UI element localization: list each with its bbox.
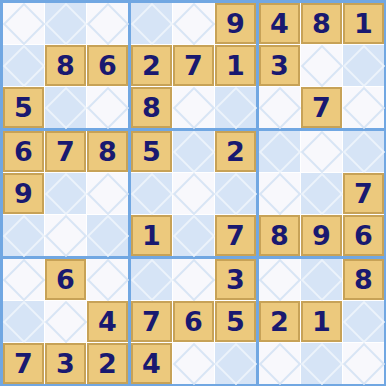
cell-r7c4[interactable] xyxy=(131,259,172,300)
given-digit: 3 xyxy=(56,350,75,377)
cell-r6c6: 7 xyxy=(215,215,256,256)
cell-r8c6: 5 xyxy=(215,301,256,342)
cell-r2c3: 6 xyxy=(87,45,128,86)
cell-r5c3[interactable] xyxy=(87,173,128,214)
cell-r8c5: 6 xyxy=(173,301,214,342)
cell-r7c8[interactable] xyxy=(301,259,342,300)
given-digit: 8 xyxy=(98,138,117,165)
given-digit: 6 xyxy=(98,52,117,79)
diamond-pattern-icon xyxy=(342,300,384,342)
cell-r2c4: 2 xyxy=(131,45,172,86)
diamond-pattern-icon xyxy=(44,300,86,342)
diamond-pattern-icon xyxy=(130,2,172,44)
box-3: 48137 xyxy=(259,3,384,128)
sudoku-board: 865 92718 48137 6789 5217 7896 64732 376… xyxy=(0,0,386,386)
diamond-pattern-icon xyxy=(172,86,214,128)
cell-r1c5[interactable] xyxy=(173,3,214,44)
cell-r3c2[interactable] xyxy=(45,87,86,128)
cell-r6c8: 9 xyxy=(301,215,342,256)
given-digit: 8 xyxy=(312,10,331,37)
cell-r7c2: 6 xyxy=(45,259,86,300)
given-digit: 5 xyxy=(142,138,161,165)
cell-r8c7: 2 xyxy=(259,301,300,342)
cell-r8c9[interactable] xyxy=(343,301,384,342)
cell-r9c1: 7 xyxy=(3,343,44,384)
cell-r7c5[interactable] xyxy=(173,259,214,300)
diamond-pattern-icon xyxy=(300,44,342,86)
diamond-pattern-icon xyxy=(342,86,384,128)
diamond-pattern-icon xyxy=(172,172,214,214)
cell-r1c3[interactable] xyxy=(87,3,128,44)
given-digit: 5 xyxy=(14,94,33,121)
cell-r8c4: 7 xyxy=(131,301,172,342)
cell-r1c2[interactable] xyxy=(45,3,86,44)
cell-r1c1[interactable] xyxy=(3,3,44,44)
cell-r8c3: 4 xyxy=(87,301,128,342)
cell-r6c3[interactable] xyxy=(87,215,128,256)
cell-r4c1: 6 xyxy=(3,131,44,172)
cell-r2c1[interactable] xyxy=(3,45,44,86)
given-digit: 3 xyxy=(226,266,245,293)
box-8: 37654 xyxy=(131,259,256,384)
diamond-pattern-icon xyxy=(2,258,44,300)
box-5: 5217 xyxy=(131,131,256,256)
cell-r5c6[interactable] xyxy=(215,173,256,214)
given-digit: 8 xyxy=(142,94,161,121)
box-6: 7896 xyxy=(259,131,384,256)
cell-r2c6: 1 xyxy=(215,45,256,86)
diamond-pattern-icon xyxy=(214,342,256,384)
cell-r4c5[interactable] xyxy=(173,131,214,172)
cell-r2c5: 7 xyxy=(173,45,214,86)
cell-r2c9[interactable] xyxy=(343,45,384,86)
cell-r3c6[interactable] xyxy=(215,87,256,128)
diamond-pattern-icon xyxy=(300,172,342,214)
diamond-pattern-icon xyxy=(172,130,214,172)
given-digit: 4 xyxy=(270,10,289,37)
cell-r5c4[interactable] xyxy=(131,173,172,214)
given-digit: 8 xyxy=(56,52,75,79)
given-digit: 6 xyxy=(56,266,75,293)
diamond-pattern-icon xyxy=(300,342,342,384)
diamond-pattern-icon xyxy=(86,214,128,256)
given-digit: 5 xyxy=(226,308,245,335)
cell-r3c5[interactable] xyxy=(173,87,214,128)
cell-r5c2[interactable] xyxy=(45,173,86,214)
diamond-pattern-icon xyxy=(258,258,300,300)
cell-r2c2: 8 xyxy=(45,45,86,86)
cell-r8c1[interactable] xyxy=(3,301,44,342)
cell-r8c8: 1 xyxy=(301,301,342,342)
diamond-pattern-icon xyxy=(130,258,172,300)
cell-r1c4[interactable] xyxy=(131,3,172,44)
cell-r5c9: 7 xyxy=(343,173,384,214)
cell-r4c8[interactable] xyxy=(301,131,342,172)
given-digit: 1 xyxy=(226,52,245,79)
cell-r4c7[interactable] xyxy=(259,131,300,172)
given-digit: 4 xyxy=(98,308,117,335)
given-digit: 7 xyxy=(142,308,161,335)
box-2: 92718 xyxy=(131,3,256,128)
given-digit: 8 xyxy=(354,266,373,293)
cell-r3c3[interactable] xyxy=(87,87,128,128)
diamond-pattern-icon xyxy=(172,258,214,300)
cell-r7c7[interactable] xyxy=(259,259,300,300)
given-digit: 2 xyxy=(98,350,117,377)
cell-r2c7: 3 xyxy=(259,45,300,86)
diamond-pattern-icon xyxy=(172,214,214,256)
diamond-pattern-icon xyxy=(86,258,128,300)
diamond-pattern-icon xyxy=(258,86,300,128)
diamond-pattern-icon xyxy=(172,2,214,44)
diamond-pattern-icon xyxy=(300,130,342,172)
cell-r4c2: 7 xyxy=(45,131,86,172)
diamond-pattern-icon xyxy=(86,172,128,214)
cell-r9c4: 4 xyxy=(131,343,172,384)
diamond-pattern-icon xyxy=(2,44,44,86)
cell-r7c3[interactable] xyxy=(87,259,128,300)
diamond-pattern-icon xyxy=(44,214,86,256)
cell-r3c1: 5 xyxy=(3,87,44,128)
given-digit: 2 xyxy=(142,52,161,79)
diamond-pattern-icon xyxy=(258,172,300,214)
cell-r6c5[interactable] xyxy=(173,215,214,256)
cell-r7c6: 3 xyxy=(215,259,256,300)
box-1: 865 xyxy=(3,3,128,128)
diamond-pattern-icon xyxy=(342,44,384,86)
given-digit: 4 xyxy=(142,350,161,377)
cell-r7c9: 8 xyxy=(343,259,384,300)
cell-r6c1[interactable] xyxy=(3,215,44,256)
diamond-pattern-icon xyxy=(342,130,384,172)
diamond-pattern-icon xyxy=(214,86,256,128)
given-digit: 7 xyxy=(354,180,373,207)
given-digit: 9 xyxy=(312,222,331,249)
given-digit: 7 xyxy=(184,52,203,79)
given-digit: 1 xyxy=(312,308,331,335)
given-digit: 2 xyxy=(270,308,289,335)
cell-r7c1[interactable] xyxy=(3,259,44,300)
cell-r9c3: 2 xyxy=(87,343,128,384)
cell-r4c9[interactable] xyxy=(343,131,384,172)
given-digit: 8 xyxy=(270,222,289,249)
cell-r3c4: 8 xyxy=(131,87,172,128)
cell-r1c9: 1 xyxy=(343,3,384,44)
cell-r3c7[interactable] xyxy=(259,87,300,128)
diamond-pattern-icon xyxy=(2,2,44,44)
cell-r9c7[interactable] xyxy=(259,343,300,384)
given-digit: 7 xyxy=(226,222,245,249)
cell-r1c8: 8 xyxy=(301,3,342,44)
given-digit: 6 xyxy=(184,308,203,335)
diamond-pattern-icon xyxy=(44,2,86,44)
cell-r4c6: 2 xyxy=(215,131,256,172)
diamond-pattern-icon xyxy=(214,172,256,214)
given-digit: 7 xyxy=(312,94,331,121)
box-9: 821 xyxy=(259,259,384,384)
cell-r2c8[interactable] xyxy=(301,45,342,86)
cell-r5c8[interactable] xyxy=(301,173,342,214)
diamond-pattern-icon xyxy=(44,86,86,128)
diamond-pattern-icon xyxy=(130,172,172,214)
given-digit: 1 xyxy=(354,10,373,37)
cell-r5c5[interactable] xyxy=(173,173,214,214)
diamond-pattern-icon xyxy=(300,258,342,300)
given-digit: 7 xyxy=(56,138,75,165)
cell-r1c6: 9 xyxy=(215,3,256,44)
cell-r9c6[interactable] xyxy=(215,343,256,384)
given-digit: 6 xyxy=(354,222,373,249)
box-4: 6789 xyxy=(3,131,128,256)
cell-r3c9[interactable] xyxy=(343,87,384,128)
given-digit: 7 xyxy=(14,350,33,377)
cell-r4c3: 8 xyxy=(87,131,128,172)
cell-r8c2[interactable] xyxy=(45,301,86,342)
cell-r9c8[interactable] xyxy=(301,343,342,384)
cell-r6c9: 6 xyxy=(343,215,384,256)
diamond-pattern-icon xyxy=(258,130,300,172)
given-digit: 2 xyxy=(226,138,245,165)
cell-r5c7[interactable] xyxy=(259,173,300,214)
diamond-pattern-icon xyxy=(44,172,86,214)
cell-r9c5[interactable] xyxy=(173,343,214,384)
cell-r1c7: 4 xyxy=(259,3,300,44)
diamond-pattern-icon xyxy=(342,342,384,384)
cell-r6c4: 1 xyxy=(131,215,172,256)
given-digit: 6 xyxy=(14,138,33,165)
box-7: 64732 xyxy=(3,259,128,384)
diamond-pattern-icon xyxy=(172,342,214,384)
given-digit: 1 xyxy=(142,222,161,249)
diamond-pattern-icon xyxy=(2,300,44,342)
cell-r6c7: 8 xyxy=(259,215,300,256)
cell-r6c2[interactable] xyxy=(45,215,86,256)
cell-r9c9[interactable] xyxy=(343,343,384,384)
diamond-pattern-icon xyxy=(258,342,300,384)
diamond-pattern-icon xyxy=(2,214,44,256)
cell-r4c4: 5 xyxy=(131,131,172,172)
given-digit: 9 xyxy=(14,180,33,207)
cell-r9c2: 3 xyxy=(45,343,86,384)
diamond-pattern-icon xyxy=(86,2,128,44)
given-digit: 9 xyxy=(226,10,245,37)
cell-r3c8: 7 xyxy=(301,87,342,128)
diamond-pattern-icon xyxy=(86,86,128,128)
given-digit: 3 xyxy=(270,52,289,79)
cell-r5c1: 9 xyxy=(3,173,44,214)
